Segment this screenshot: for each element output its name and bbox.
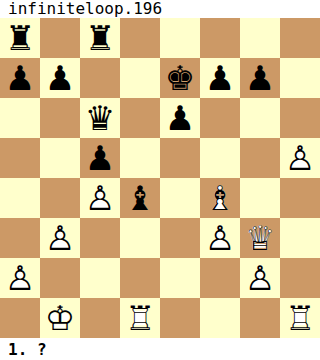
white-pawn: ♙ <box>240 258 280 298</box>
black-pawn: ♟ <box>200 58 240 98</box>
square-f5[interactable] <box>200 138 240 178</box>
square-a3[interactable] <box>0 218 40 258</box>
square-f6[interactable] <box>200 98 240 138</box>
square-g4[interactable] <box>240 178 280 218</box>
square-g2[interactable]: ♟♙ <box>240 258 280 298</box>
square-b7[interactable]: ♟ <box>40 58 80 98</box>
square-b1[interactable]: ♚♔ <box>40 298 80 338</box>
square-b2[interactable] <box>40 258 80 298</box>
square-f4[interactable]: ♝♗ <box>200 178 240 218</box>
white-pawn: ♙ <box>80 178 120 218</box>
white-queen: ♕ <box>240 218 280 258</box>
black-rook: ♜ <box>80 18 120 58</box>
square-d6[interactable] <box>120 98 160 138</box>
square-f1[interactable] <box>200 298 240 338</box>
black-pawn: ♟ <box>160 98 200 138</box>
square-f7[interactable]: ♟ <box>200 58 240 98</box>
square-a1[interactable] <box>0 298 40 338</box>
square-h1[interactable]: ♜♖ <box>280 298 320 338</box>
square-f2[interactable] <box>200 258 240 298</box>
white-pawn: ♙ <box>280 138 320 178</box>
white-pawn: ♙ <box>40 218 80 258</box>
move-prompt: 1. ? <box>8 340 47 359</box>
white-pawn: ♙ <box>200 218 240 258</box>
black-pawn: ♟ <box>80 138 120 178</box>
square-h8[interactable] <box>280 18 320 58</box>
square-b3[interactable]: ♟♙ <box>40 218 80 258</box>
square-e8[interactable] <box>160 18 200 58</box>
square-a5[interactable] <box>0 138 40 178</box>
square-h3[interactable] <box>280 218 320 258</box>
square-e7[interactable]: ♚ <box>160 58 200 98</box>
black-queen: ♛ <box>80 98 120 138</box>
white-pawn-fill: ♟ <box>200 218 240 258</box>
white-bishop-fill: ♝ <box>200 178 240 218</box>
square-h5[interactable]: ♟♙ <box>280 138 320 178</box>
square-d3[interactable] <box>120 218 160 258</box>
square-f3[interactable]: ♟♙ <box>200 218 240 258</box>
white-pawn-fill: ♟ <box>0 258 40 298</box>
white-pawn-fill: ♟ <box>280 138 320 178</box>
square-g6[interactable] <box>240 98 280 138</box>
square-c2[interactable] <box>80 258 120 298</box>
square-a4[interactable] <box>0 178 40 218</box>
square-g1[interactable] <box>240 298 280 338</box>
square-b4[interactable] <box>40 178 80 218</box>
square-e5[interactable] <box>160 138 200 178</box>
square-a2[interactable]: ♟♙ <box>0 258 40 298</box>
square-h6[interactable] <box>280 98 320 138</box>
square-b6[interactable] <box>40 98 80 138</box>
black-pawn: ♟ <box>0 58 40 98</box>
white-rook: ♖ <box>280 298 320 338</box>
square-c3[interactable] <box>80 218 120 258</box>
square-d7[interactable] <box>120 58 160 98</box>
white-king-fill: ♚ <box>40 298 80 338</box>
white-rook-fill: ♜ <box>280 298 320 338</box>
square-c1[interactable] <box>80 298 120 338</box>
white-pawn-fill: ♟ <box>80 178 120 218</box>
square-b5[interactable] <box>40 138 80 178</box>
white-pawn: ♙ <box>0 258 40 298</box>
square-a6[interactable] <box>0 98 40 138</box>
square-d8[interactable] <box>120 18 160 58</box>
black-pawn: ♟ <box>240 58 280 98</box>
square-d5[interactable] <box>120 138 160 178</box>
white-bishop: ♗ <box>200 178 240 218</box>
square-b8[interactable] <box>40 18 80 58</box>
white-rook: ♖ <box>120 298 160 338</box>
square-c4[interactable]: ♟♙ <box>80 178 120 218</box>
black-pawn: ♟ <box>40 58 80 98</box>
square-c5[interactable]: ♟ <box>80 138 120 178</box>
square-h7[interactable] <box>280 58 320 98</box>
square-c8[interactable]: ♜ <box>80 18 120 58</box>
square-a8[interactable]: ♜ <box>0 18 40 58</box>
white-queen-fill: ♛ <box>240 218 280 258</box>
black-bishop: ♝ <box>120 178 160 218</box>
square-h4[interactable] <box>280 178 320 218</box>
square-d1[interactable]: ♜♖ <box>120 298 160 338</box>
square-g7[interactable]: ♟ <box>240 58 280 98</box>
header-bar: infiniteloop.196 <box>0 0 320 18</box>
square-e6[interactable]: ♟ <box>160 98 200 138</box>
white-pawn-fill: ♟ <box>40 218 80 258</box>
black-king: ♚ <box>160 58 200 98</box>
square-a7[interactable]: ♟ <box>0 58 40 98</box>
square-e4[interactable] <box>160 178 200 218</box>
chess-puzzle-page: infiniteloop.196 ♜♜♟♟♚♟♟♛♟♟♟♙♟♙♝♝♗♟♙♟♙♛♕… <box>0 0 320 360</box>
square-c7[interactable] <box>80 58 120 98</box>
square-c6[interactable]: ♛ <box>80 98 120 138</box>
square-e2[interactable] <box>160 258 200 298</box>
white-pawn-fill: ♟ <box>240 258 280 298</box>
square-g8[interactable] <box>240 18 280 58</box>
square-e3[interactable] <box>160 218 200 258</box>
black-rook: ♜ <box>0 18 40 58</box>
footer-bar: 1. ? <box>0 338 320 360</box>
square-e1[interactable] <box>160 298 200 338</box>
puzzle-title: infiniteloop.196 <box>8 0 162 18</box>
chess-board: ♜♜♟♟♚♟♟♛♟♟♟♙♟♙♝♝♗♟♙♟♙♛♕♟♙♟♙♚♔♜♖♜♖ <box>0 18 320 338</box>
white-king: ♔ <box>40 298 80 338</box>
square-f8[interactable] <box>200 18 240 58</box>
white-rook-fill: ♜ <box>120 298 160 338</box>
square-g5[interactable] <box>240 138 280 178</box>
square-d2[interactable] <box>120 258 160 298</box>
square-h2[interactable] <box>280 258 320 298</box>
square-g3[interactable]: ♛♕ <box>240 218 280 258</box>
square-d4[interactable]: ♝ <box>120 178 160 218</box>
